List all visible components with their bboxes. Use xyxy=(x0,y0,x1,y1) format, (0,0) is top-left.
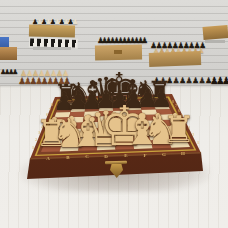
bracket-under-shelf-left xyxy=(33,47,71,50)
shelf-with-pieces-top-left xyxy=(29,25,75,38)
clasp-hanging-center xyxy=(114,50,122,54)
piece-white-rook-h1: ♜ xyxy=(162,113,195,150)
rank-label-left-1: 1 xyxy=(32,146,34,150)
brass-latch-bar xyxy=(105,161,127,165)
mini-piece-left-edge: ♟ xyxy=(12,69,18,76)
shop-photo-chess-scene: ♟♟♟♟♟♟♟♟♟♟♟♟♟♟♟♟♟♟♟♟♟♟♟♟♟♟♟♟♟♟♟♟♟♟♟♟♟♟♟♟… xyxy=(0,0,228,228)
rank-label-right-1: 1 xyxy=(197,141,199,145)
hanging-board-right xyxy=(149,51,201,67)
mini-piece-hanging-center: ♟ xyxy=(141,37,148,45)
wooden-box-left xyxy=(0,47,17,60)
bracket-under-shelf-right xyxy=(205,40,225,43)
mini-piece-shelf-top-left: ♟ xyxy=(72,19,78,26)
file-label-front-a: A xyxy=(46,155,50,160)
wooden-shelf-top-right xyxy=(202,25,228,40)
